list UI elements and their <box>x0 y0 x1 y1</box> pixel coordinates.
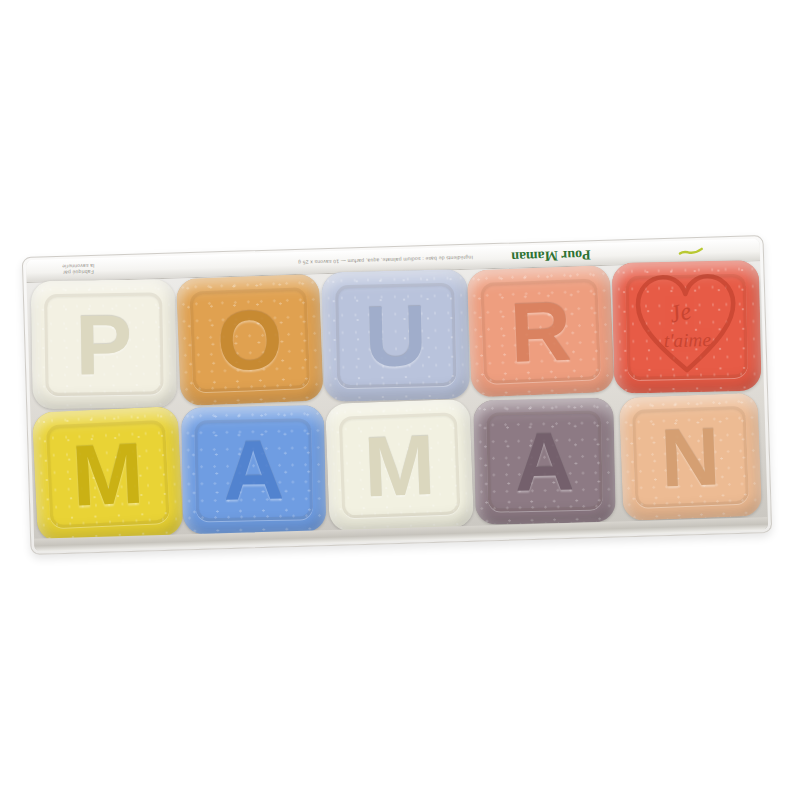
soap-letter: O <box>215 297 284 383</box>
soap-letter: A <box>222 427 284 512</box>
soap-tile-r: R <box>467 265 615 397</box>
soap-letter: P <box>75 302 133 388</box>
soap-letter: N <box>660 415 722 499</box>
soap-letter: M <box>362 422 436 509</box>
soap-tile-n: N <box>619 392 762 520</box>
soap-tile-heart: Je t'aime <box>612 260 762 393</box>
soap-tile-a1: A <box>181 404 326 533</box>
soap-tile-m2: M <box>325 398 474 531</box>
soap-tile-u: U <box>321 269 470 401</box>
soap-tile-p: P <box>31 279 177 409</box>
soap-letter: M <box>70 430 145 519</box>
heart-text-taime: t'aime <box>664 329 712 351</box>
soap-letter: U <box>363 293 427 380</box>
fine-print-left-line1: Fabriqué par <box>62 269 95 276</box>
photo-background: Fabriqué par la savonnerie Ingrédients d… <box>0 0 800 800</box>
heart-embossed: Je t'aime <box>622 265 752 389</box>
fine-print-center: Ingrédients de base : sodium palmate, aq… <box>298 255 473 266</box>
soap-letter: R <box>509 289 573 375</box>
brand-label: Pour Maman <box>470 244 632 267</box>
soap-tile-m1: M <box>32 405 184 541</box>
soap-tile-a2: A <box>474 397 617 524</box>
heart-text-je: Je <box>667 297 694 328</box>
fine-print-left-line2: la savonnerie <box>62 263 95 270</box>
brand-logo-icon <box>678 246 704 256</box>
fine-print-left: Fabriqué par la savonnerie <box>62 263 95 276</box>
soap-tile-o: O <box>176 274 324 406</box>
soap-letter: A <box>514 420 575 504</box>
soap-grid: P O U R Je t'aime M A <box>28 260 765 540</box>
soap-box: Fabriqué par la savonnerie Ingrédients d… <box>22 235 773 555</box>
